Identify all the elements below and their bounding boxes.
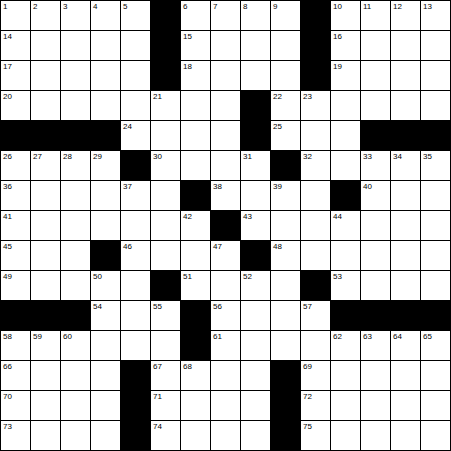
crossword-grid: 1234567891011121314151617181920212223242…: [0, 0, 451, 451]
clue-number-53: 53: [333, 272, 342, 281]
cell-r8c1[interactable]: [31, 241, 61, 271]
cell-r1c13[interactable]: [391, 31, 421, 61]
cell-r6c8[interactable]: [241, 181, 271, 211]
cell-r14c13[interactable]: [391, 421, 421, 451]
cell-r7c11[interactable]: 44: [331, 211, 361, 241]
block-cell-r10c14: [421, 301, 451, 331]
clue-number-71: 71: [153, 392, 162, 401]
cell-r0c4[interactable]: 5: [121, 1, 151, 31]
clue-number-62: 62: [333, 332, 342, 341]
cell-r5c6[interactable]: [181, 151, 211, 181]
cell-r13c5[interactable]: 71: [151, 391, 181, 421]
cell-r9c13[interactable]: [391, 271, 421, 301]
cell-r2c0[interactable]: 17: [1, 61, 31, 91]
clue-number-74: 74: [153, 422, 162, 431]
cell-r5c3[interactable]: 29: [91, 151, 121, 181]
cell-r14c7[interactable]: [211, 421, 241, 451]
clue-number-68: 68: [183, 362, 192, 371]
cell-r9c9[interactable]: [271, 271, 301, 301]
cell-r13c13[interactable]: [391, 391, 421, 421]
block-cell-r5c9: [271, 151, 301, 181]
cell-r2c12[interactable]: [361, 61, 391, 91]
cell-r7c10[interactable]: [301, 211, 331, 241]
block-cell-r9c5: [151, 271, 181, 301]
cell-r3c3[interactable]: [91, 91, 121, 121]
clue-number-73: 73: [3, 422, 12, 431]
clue-number-18: 18: [183, 62, 192, 71]
cell-r2c1[interactable]: [31, 61, 61, 91]
clue-number-29: 29: [93, 152, 102, 161]
clue-number-17: 17: [3, 62, 12, 71]
cell-r13c3[interactable]: [91, 391, 121, 421]
cell-r9c7[interactable]: [211, 271, 241, 301]
cell-r3c6[interactable]: [181, 91, 211, 121]
cell-r6c0[interactable]: 36: [1, 181, 31, 211]
cell-r2c4[interactable]: [121, 61, 151, 91]
cell-r0c6[interactable]: 6: [181, 1, 211, 31]
block-cell-r6c11: [331, 181, 361, 211]
clue-number-52: 52: [243, 272, 252, 281]
cell-r12c10[interactable]: 69: [301, 361, 331, 391]
cell-r11c4[interactable]: [121, 331, 151, 361]
cell-r4c4[interactable]: 24: [121, 121, 151, 151]
clue-number-6: 6: [183, 2, 187, 11]
cell-r12c12[interactable]: [361, 361, 391, 391]
cell-r8c6[interactable]: [181, 241, 211, 271]
cell-r6c7[interactable]: 38: [211, 181, 241, 211]
clue-number-65: 65: [423, 332, 432, 341]
cell-r10c7[interactable]: 56: [211, 301, 241, 331]
cell-r8c10[interactable]: [301, 241, 331, 271]
cell-r3c2[interactable]: [61, 91, 91, 121]
clue-number-7: 7: [213, 2, 217, 11]
clue-number-28: 28: [63, 152, 72, 161]
cell-r2c7[interactable]: [211, 61, 241, 91]
clue-number-11: 11: [363, 2, 371, 11]
cell-r2c14[interactable]: [421, 61, 451, 91]
cell-r11c5[interactable]: [151, 331, 181, 361]
clue-number-9: 9: [273, 2, 277, 11]
block-cell-r4c12: [361, 121, 391, 151]
cell-r9c8[interactable]: 52: [241, 271, 271, 301]
clue-number-33: 33: [363, 152, 372, 161]
cell-r13c2[interactable]: [61, 391, 91, 421]
clue-number-67: 67: [153, 362, 162, 371]
clue-number-51: 51: [183, 272, 192, 281]
cell-r8c0[interactable]: 45: [1, 241, 31, 271]
block-cell-r7c7: [211, 211, 241, 241]
cell-r9c4[interactable]: [121, 271, 151, 301]
cell-r12c1[interactable]: [31, 361, 61, 391]
block-cell-r12c4: [121, 361, 151, 391]
clue-number-32: 32: [303, 152, 312, 161]
cell-r7c8[interactable]: 43: [241, 211, 271, 241]
block-cell-r2c10: [301, 61, 331, 91]
clue-number-40: 40: [363, 182, 372, 191]
cell-r7c1[interactable]: [31, 211, 61, 241]
cell-r6c13[interactable]: [391, 181, 421, 211]
block-cell-r10c1: [31, 301, 61, 331]
cell-r14c10[interactable]: 75: [301, 421, 331, 451]
cell-r2c6[interactable]: 18: [181, 61, 211, 91]
cell-r6c14[interactable]: [421, 181, 451, 211]
cell-r14c0[interactable]: 73: [1, 421, 31, 451]
cell-r10c9[interactable]: [271, 301, 301, 331]
cell-r2c9[interactable]: [271, 61, 301, 91]
clue-number-13: 13: [423, 2, 432, 11]
cell-r1c7[interactable]: [211, 31, 241, 61]
cell-r1c6[interactable]: 15: [181, 31, 211, 61]
cell-r11c14[interactable]: 65: [421, 331, 451, 361]
cell-r7c2[interactable]: [61, 211, 91, 241]
cell-r3c13[interactable]: [391, 91, 421, 121]
cell-r2c8[interactable]: [241, 61, 271, 91]
clue-number-38: 38: [213, 182, 222, 191]
cell-r10c8[interactable]: [241, 301, 271, 331]
clue-number-42: 42: [183, 212, 192, 221]
cell-r5c0[interactable]: 26: [1, 151, 31, 181]
cell-r12c6[interactable]: 68: [181, 361, 211, 391]
cell-r12c8[interactable]: [241, 361, 271, 391]
cell-r4c6[interactable]: [181, 121, 211, 151]
block-cell-r4c3: [91, 121, 121, 151]
clue-number-75: 75: [303, 422, 312, 431]
cell-r5c1[interactable]: 27: [31, 151, 61, 181]
cell-r14c1[interactable]: [31, 421, 61, 451]
cell-r3c12[interactable]: [361, 91, 391, 121]
cell-r12c5[interactable]: 67: [151, 361, 181, 391]
cell-r13c14[interactable]: [421, 391, 451, 421]
cell-r11c9[interactable]: [271, 331, 301, 361]
block-cell-r14c9: [271, 421, 301, 451]
clue-number-21: 21: [153, 92, 162, 101]
block-cell-r10c6: [181, 301, 211, 331]
cell-r7c0[interactable]: 41: [1, 211, 31, 241]
cell-r9c6[interactable]: 51: [181, 271, 211, 301]
cell-r5c10[interactable]: 32: [301, 151, 331, 181]
cell-r8c5[interactable]: [151, 241, 181, 271]
cell-r11c11[interactable]: 62: [331, 331, 361, 361]
cell-r8c14[interactable]: [421, 241, 451, 271]
cell-r7c5[interactable]: [151, 211, 181, 241]
cell-r6c3[interactable]: [91, 181, 121, 211]
cell-r3c7[interactable]: [211, 91, 241, 121]
clue-number-54: 54: [93, 302, 102, 311]
clue-number-64: 64: [393, 332, 402, 341]
cell-r11c1[interactable]: 59: [31, 331, 61, 361]
cell-r5c13[interactable]: 34: [391, 151, 421, 181]
cell-r4c9[interactable]: 25: [271, 121, 301, 151]
clue-number-2: 2: [33, 2, 37, 11]
clue-number-24: 24: [123, 122, 132, 131]
cell-r6c4[interactable]: 37: [121, 181, 151, 211]
cell-r2c3[interactable]: [91, 61, 121, 91]
clue-number-58: 58: [3, 332, 12, 341]
cell-r11c7[interactable]: 61: [211, 331, 241, 361]
cell-r13c10[interactable]: 72: [301, 391, 331, 421]
clue-number-15: 15: [183, 32, 192, 41]
clue-number-14: 14: [3, 32, 12, 41]
cell-r5c14[interactable]: 35: [421, 151, 451, 181]
cell-r1c2[interactable]: [61, 31, 91, 61]
block-cell-r1c5: [151, 31, 181, 61]
cell-r5c7[interactable]: [211, 151, 241, 181]
block-cell-r3c8: [241, 91, 271, 121]
block-cell-r5c4: [121, 151, 151, 181]
clue-number-57: 57: [303, 302, 312, 311]
cell-r9c14[interactable]: [421, 271, 451, 301]
cell-r10c10[interactable]: 57: [301, 301, 331, 331]
cell-r5c12[interactable]: 33: [361, 151, 391, 181]
cell-r5c2[interactable]: 28: [61, 151, 91, 181]
cell-r1c0[interactable]: 14: [1, 31, 31, 61]
clue-number-37: 37: [123, 182, 132, 191]
block-cell-r13c4: [121, 391, 151, 421]
block-cell-r4c14: [421, 121, 451, 151]
cell-r5c11[interactable]: [331, 151, 361, 181]
block-cell-r10c11: [331, 301, 361, 331]
block-cell-r4c13: [391, 121, 421, 151]
cell-r1c8[interactable]: [241, 31, 271, 61]
cell-r14c6[interactable]: [181, 421, 211, 451]
block-cell-r4c2: [61, 121, 91, 151]
clue-number-30: 30: [153, 152, 162, 161]
cell-r3c4[interactable]: [121, 91, 151, 121]
block-cell-r4c1: [31, 121, 61, 151]
clue-number-44: 44: [333, 212, 342, 221]
cell-r1c14[interactable]: [421, 31, 451, 61]
cell-r14c5[interactable]: 74: [151, 421, 181, 451]
cell-r11c3[interactable]: [91, 331, 121, 361]
block-cell-r14c4: [121, 421, 151, 451]
cell-r6c5[interactable]: [151, 181, 181, 211]
clue-number-50: 50: [93, 272, 102, 281]
cell-r7c12[interactable]: [361, 211, 391, 241]
cell-r6c1[interactable]: [31, 181, 61, 211]
cell-r9c0[interactable]: 49: [1, 271, 31, 301]
cell-r8c7[interactable]: 47: [211, 241, 241, 271]
clue-number-43: 43: [243, 212, 252, 221]
cell-r11c12[interactable]: 63: [361, 331, 391, 361]
cell-r3c10[interactable]: 23: [301, 91, 331, 121]
cell-r10c5[interactable]: 55: [151, 301, 181, 331]
clue-number-69: 69: [303, 362, 312, 371]
cell-r1c11[interactable]: 16: [331, 31, 361, 61]
cell-r9c2[interactable]: [61, 271, 91, 301]
clue-number-20: 20: [3, 92, 12, 101]
cell-r1c3[interactable]: [91, 31, 121, 61]
cell-r10c3[interactable]: 54: [91, 301, 121, 331]
cell-r0c12[interactable]: 11: [361, 1, 391, 31]
cell-r4c5[interactable]: [151, 121, 181, 151]
cell-r0c8[interactable]: 8: [241, 1, 271, 31]
cell-r8c4[interactable]: 46: [121, 241, 151, 271]
cell-r0c9[interactable]: 9: [271, 1, 301, 31]
cell-r1c4[interactable]: [121, 31, 151, 61]
cell-r14c3[interactable]: [91, 421, 121, 451]
clue-number-45: 45: [3, 242, 12, 251]
block-cell-r13c9: [271, 391, 301, 421]
clue-number-35: 35: [423, 152, 432, 161]
cell-r13c6[interactable]: [181, 391, 211, 421]
block-cell-r10c13: [391, 301, 421, 331]
cell-r0c2[interactable]: 3: [61, 1, 91, 31]
cell-r0c3[interactable]: 4: [91, 1, 121, 31]
block-cell-r8c3: [91, 241, 121, 271]
clue-number-12: 12: [393, 2, 402, 11]
cell-r10c4[interactable]: [121, 301, 151, 331]
block-cell-r2c5: [151, 61, 181, 91]
clue-number-36: 36: [3, 182, 12, 191]
cell-r0c7[interactable]: 7: [211, 1, 241, 31]
cell-r14c2[interactable]: [61, 421, 91, 451]
cell-r8c9[interactable]: 48: [271, 241, 301, 271]
block-cell-r8c8: [241, 241, 271, 271]
cell-r13c12[interactable]: [361, 391, 391, 421]
cell-r3c5[interactable]: 21: [151, 91, 181, 121]
clue-number-1: 1: [3, 2, 7, 11]
clue-number-16: 16: [333, 32, 342, 41]
cell-r1c12[interactable]: [361, 31, 391, 61]
block-cell-r10c0: [1, 301, 31, 331]
cell-r9c1[interactable]: [31, 271, 61, 301]
cell-r6c10[interactable]: [301, 181, 331, 211]
clue-number-70: 70: [3, 392, 12, 401]
clue-number-66: 66: [3, 362, 12, 371]
block-cell-r12c9: [271, 361, 301, 391]
cell-r14c8[interactable]: [241, 421, 271, 451]
clue-number-23: 23: [303, 92, 312, 101]
cell-r7c6[interactable]: 42: [181, 211, 211, 241]
cell-r8c11[interactable]: [331, 241, 361, 271]
clue-number-59: 59: [33, 332, 42, 341]
cell-r9c12[interactable]: [361, 271, 391, 301]
cell-r3c1[interactable]: [31, 91, 61, 121]
cell-r0c1[interactable]: 2: [31, 1, 61, 31]
block-cell-r0c5: [151, 1, 181, 31]
cell-r2c11[interactable]: 19: [331, 61, 361, 91]
cell-r12c14[interactable]: [421, 361, 451, 391]
cell-r14c12[interactable]: [361, 421, 391, 451]
cell-r13c0[interactable]: 70: [1, 391, 31, 421]
clue-number-48: 48: [273, 242, 282, 251]
cell-r6c9[interactable]: 39: [271, 181, 301, 211]
clue-number-47: 47: [213, 242, 222, 251]
cell-r11c8[interactable]: [241, 331, 271, 361]
cell-r7c13[interactable]: [391, 211, 421, 241]
clue-number-41: 41: [3, 212, 12, 221]
cell-r4c11[interactable]: [331, 121, 361, 151]
clue-number-31: 31: [243, 152, 252, 161]
cell-r13c7[interactable]: [211, 391, 241, 421]
cell-r6c12[interactable]: 40: [361, 181, 391, 211]
cell-r11c0[interactable]: 58: [1, 331, 31, 361]
cell-r11c2[interactable]: 60: [61, 331, 91, 361]
cell-r3c14[interactable]: [421, 91, 451, 121]
clue-number-46: 46: [123, 242, 132, 251]
cell-r13c1[interactable]: [31, 391, 61, 421]
clue-number-5: 5: [123, 2, 127, 11]
block-cell-r4c8: [241, 121, 271, 151]
cell-r9c3[interactable]: 50: [91, 271, 121, 301]
clue-number-72: 72: [303, 392, 312, 401]
clue-number-60: 60: [63, 332, 72, 341]
cell-r2c2[interactable]: [61, 61, 91, 91]
clue-number-4: 4: [93, 2, 97, 11]
cell-r9c11[interactable]: 53: [331, 271, 361, 301]
cell-r2c13[interactable]: [391, 61, 421, 91]
cell-r14c11[interactable]: [331, 421, 361, 451]
cell-r12c3[interactable]: [91, 361, 121, 391]
cell-r14c14[interactable]: [421, 421, 451, 451]
cell-r0c14[interactable]: 13: [421, 1, 451, 31]
block-cell-r4c0: [1, 121, 31, 151]
cell-r6c2[interactable]: [61, 181, 91, 211]
cell-r8c13[interactable]: [391, 241, 421, 271]
block-cell-r11c6: [181, 331, 211, 361]
cell-r12c0[interactable]: 66: [1, 361, 31, 391]
clue-number-26: 26: [3, 152, 12, 161]
cell-r11c13[interactable]: 64: [391, 331, 421, 361]
cell-r7c4[interactable]: [121, 211, 151, 241]
cell-r12c13[interactable]: [391, 361, 421, 391]
cell-r0c0[interactable]: 1: [1, 1, 31, 31]
clue-number-49: 49: [3, 272, 12, 281]
block-cell-r1c10: [301, 31, 331, 61]
clue-number-56: 56: [213, 302, 222, 311]
clue-number-8: 8: [243, 2, 247, 11]
cell-r11c10[interactable]: [301, 331, 331, 361]
cell-r7c3[interactable]: [91, 211, 121, 241]
clue-number-61: 61: [213, 332, 222, 341]
cell-r3c9[interactable]: 22: [271, 91, 301, 121]
clue-number-3: 3: [63, 2, 67, 11]
cell-r7c9[interactable]: [271, 211, 301, 241]
cell-r1c9[interactable]: [271, 31, 301, 61]
clue-number-34: 34: [393, 152, 402, 161]
cell-r1c1[interactable]: [31, 31, 61, 61]
clue-number-22: 22: [273, 92, 282, 101]
cell-r13c8[interactable]: [241, 391, 271, 421]
clue-number-63: 63: [363, 332, 372, 341]
clue-number-27: 27: [33, 152, 42, 161]
cell-r12c7[interactable]: [211, 361, 241, 391]
cell-r4c10[interactable]: [301, 121, 331, 151]
cell-r12c11[interactable]: [331, 361, 361, 391]
clue-number-25: 25: [273, 122, 282, 131]
cell-r8c12[interactable]: [361, 241, 391, 271]
cell-r5c8[interactable]: 31: [241, 151, 271, 181]
block-cell-r6c6: [181, 181, 211, 211]
cell-r3c11[interactable]: [331, 91, 361, 121]
block-cell-r9c10: [301, 271, 331, 301]
block-cell-r0c10: [301, 1, 331, 31]
block-cell-r10c12: [361, 301, 391, 331]
cell-r4c7[interactable]: [211, 121, 241, 151]
clue-number-39: 39: [273, 182, 282, 191]
clue-number-10: 10: [333, 2, 342, 11]
cell-r0c11[interactable]: 10: [331, 1, 361, 31]
cell-r7c14[interactable]: [421, 211, 451, 241]
cell-r8c2[interactable]: [61, 241, 91, 271]
cell-r5c5[interactable]: 30: [151, 151, 181, 181]
clue-number-19: 19: [333, 62, 342, 71]
cell-r0c13[interactable]: 12: [391, 1, 421, 31]
cell-r3c0[interactable]: 20: [1, 91, 31, 121]
block-cell-r10c2: [61, 301, 91, 331]
cell-r13c11[interactable]: [331, 391, 361, 421]
cell-r12c2[interactable]: [61, 361, 91, 391]
